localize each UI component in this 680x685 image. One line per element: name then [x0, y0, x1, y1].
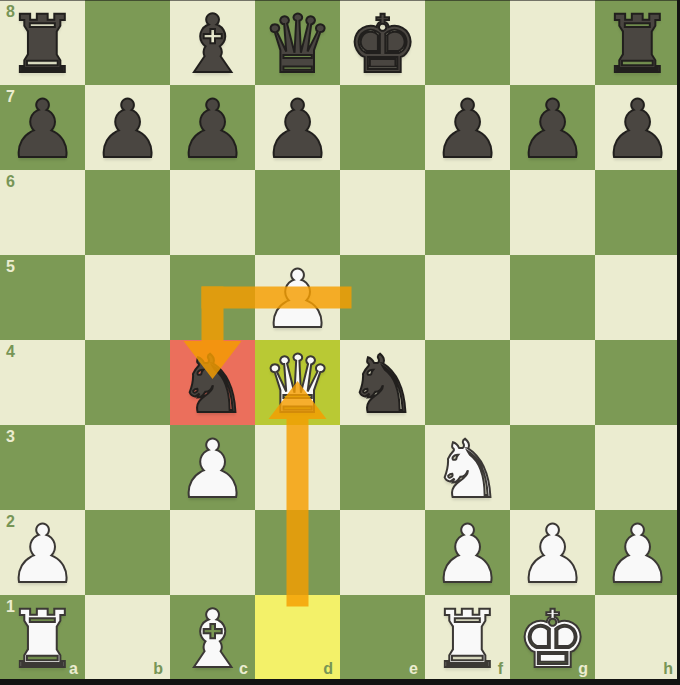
window-edge-bottom: [0, 679, 680, 685]
square-h4[interactable]: [595, 340, 680, 425]
piece-white-rook-a1[interactable]: ♜: [0, 597, 85, 682]
square-g5[interactable]: [510, 255, 595, 340]
square-b1[interactable]: b: [85, 595, 170, 680]
square-e4[interactable]: ♞: [340, 340, 425, 425]
square-f2[interactable]: ♟: [425, 510, 510, 595]
piece-white-pawn-h2[interactable]: ♟: [595, 512, 680, 597]
coordinate-file-h: h: [663, 661, 673, 677]
square-h6[interactable]: [595, 170, 680, 255]
square-b8[interactable]: [85, 0, 170, 85]
square-c4[interactable]: ♞: [170, 340, 255, 425]
square-f8[interactable]: [425, 0, 510, 85]
square-e5[interactable]: [340, 255, 425, 340]
square-e7[interactable]: [340, 85, 425, 170]
piece-black-pawn-g7[interactable]: ♟: [510, 87, 595, 172]
square-d1[interactable]: d: [255, 595, 340, 680]
coordinate-rank-3: 3: [6, 429, 15, 445]
square-b6[interactable]: [85, 170, 170, 255]
square-f1[interactable]: f♜: [425, 595, 510, 680]
piece-black-pawn-c7[interactable]: ♟: [170, 87, 255, 172]
piece-white-queen-d4[interactable]: ♛: [255, 342, 340, 427]
chess-board: 8♜♝♛♚♜7♟♟♟♟♟♟♟65♟4♞♛♞3♟♞2♟♟♟♟1a♜bc♝def♜g…: [0, 0, 680, 680]
square-e3[interactable]: [340, 425, 425, 510]
square-f7[interactable]: ♟: [425, 85, 510, 170]
piece-black-pawn-a7[interactable]: ♟: [0, 87, 85, 172]
square-f4[interactable]: [425, 340, 510, 425]
square-f6[interactable]: [425, 170, 510, 255]
square-g7[interactable]: ♟: [510, 85, 595, 170]
piece-black-knight-c4[interactable]: ♞: [170, 342, 255, 427]
piece-black-queen-d8[interactable]: ♛: [255, 2, 340, 87]
square-h8[interactable]: ♜: [595, 0, 680, 85]
coordinate-file-e: e: [409, 661, 418, 677]
piece-black-pawn-f7[interactable]: ♟: [425, 87, 510, 172]
square-c5[interactable]: [170, 255, 255, 340]
square-c6[interactable]: [170, 170, 255, 255]
piece-white-pawn-g2[interactable]: ♟: [510, 512, 595, 597]
square-a3[interactable]: 3: [0, 425, 85, 510]
square-c3[interactable]: ♟: [170, 425, 255, 510]
square-a5[interactable]: 5: [0, 255, 85, 340]
square-h2[interactable]: ♟: [595, 510, 680, 595]
square-d8[interactable]: ♛: [255, 0, 340, 85]
square-b2[interactable]: [85, 510, 170, 595]
square-a7[interactable]: 7♟: [0, 85, 85, 170]
square-d4[interactable]: ♛: [255, 340, 340, 425]
piece-white-pawn-d5[interactable]: ♟: [255, 257, 340, 342]
window-edge-top: [0, 0, 680, 1]
square-d2[interactable]: [255, 510, 340, 595]
piece-black-pawn-h7[interactable]: ♟: [595, 87, 680, 172]
square-f3[interactable]: ♞: [425, 425, 510, 510]
piece-black-rook-a8[interactable]: ♜: [0, 2, 85, 87]
square-b4[interactable]: [85, 340, 170, 425]
coordinate-rank-5: 5: [6, 259, 15, 275]
square-b7[interactable]: ♟: [85, 85, 170, 170]
square-g1[interactable]: g♚: [510, 595, 595, 680]
piece-white-king-g1[interactable]: ♚: [510, 597, 595, 682]
piece-white-rook-f1[interactable]: ♜: [425, 597, 510, 682]
square-b5[interactable]: [85, 255, 170, 340]
piece-black-bishop-c8[interactable]: ♝: [170, 2, 255, 87]
square-a4[interactable]: 4: [0, 340, 85, 425]
square-e2[interactable]: [340, 510, 425, 595]
square-c7[interactable]: ♟: [170, 85, 255, 170]
square-g6[interactable]: [510, 170, 595, 255]
coordinate-rank-4: 4: [6, 344, 15, 360]
square-d7[interactable]: ♟: [255, 85, 340, 170]
piece-black-king-e8[interactable]: ♚: [340, 2, 425, 87]
square-d3[interactable]: [255, 425, 340, 510]
square-e8[interactable]: ♚: [340, 0, 425, 85]
square-a2[interactable]: 2♟: [0, 510, 85, 595]
square-a6[interactable]: 6: [0, 170, 85, 255]
square-g8[interactable]: [510, 0, 595, 85]
piece-white-pawn-c3[interactable]: ♟: [170, 427, 255, 512]
square-b3[interactable]: [85, 425, 170, 510]
square-c1[interactable]: c♝: [170, 595, 255, 680]
square-h5[interactable]: [595, 255, 680, 340]
square-g3[interactable]: [510, 425, 595, 510]
piece-black-rook-h8[interactable]: ♜: [595, 2, 680, 87]
square-e1[interactable]: e: [340, 595, 425, 680]
square-h7[interactable]: ♟: [595, 85, 680, 170]
piece-white-bishop-c1[interactable]: ♝: [170, 597, 255, 682]
square-g4[interactable]: [510, 340, 595, 425]
square-h1[interactable]: h: [595, 595, 680, 680]
square-c2[interactable]: [170, 510, 255, 595]
piece-white-pawn-f2[interactable]: ♟: [425, 512, 510, 597]
chess-app-window: 8♜♝♛♚♜7♟♟♟♟♟♟♟65♟4♞♛♞3♟♞2♟♟♟♟1a♜bc♝def♜g…: [0, 0, 680, 685]
piece-white-pawn-a2[interactable]: ♟: [0, 512, 85, 597]
coordinate-file-b: b: [153, 661, 163, 677]
square-c8[interactable]: ♝: [170, 0, 255, 85]
square-d5[interactable]: ♟: [255, 255, 340, 340]
square-h3[interactable]: [595, 425, 680, 510]
piece-black-pawn-d7[interactable]: ♟: [255, 87, 340, 172]
square-a8[interactable]: 8♜: [0, 0, 85, 85]
piece-black-pawn-b7[interactable]: ♟: [85, 87, 170, 172]
square-e6[interactable]: [340, 170, 425, 255]
coordinate-rank-6: 6: [6, 174, 15, 190]
square-a1[interactable]: 1a♜: [0, 595, 85, 680]
piece-black-knight-e4[interactable]: ♞: [340, 342, 425, 427]
square-d6[interactable]: [255, 170, 340, 255]
square-g2[interactable]: ♟: [510, 510, 595, 595]
square-f5[interactable]: [425, 255, 510, 340]
coordinate-file-d: d: [323, 661, 333, 677]
piece-white-knight-f3[interactable]: ♞: [425, 427, 510, 512]
